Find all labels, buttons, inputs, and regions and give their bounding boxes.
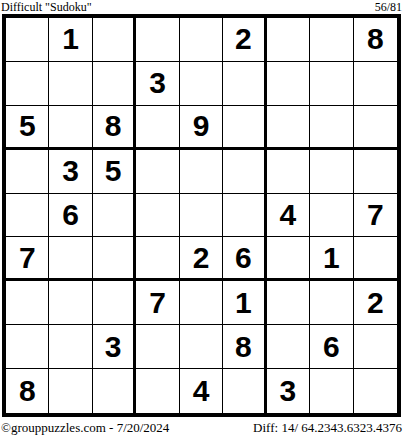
- cell-r2c1[interactable]: [6, 62, 49, 106]
- cell-r4c2: 3: [49, 150, 92, 194]
- cell-r1c5[interactable]: [180, 18, 223, 62]
- cell-r4c9[interactable]: [354, 150, 397, 194]
- cell-r6c1: 7: [6, 237, 49, 281]
- cell-r8c4[interactable]: [136, 325, 179, 369]
- cell-r3c7[interactable]: [267, 106, 310, 150]
- cell-r1c8[interactable]: [310, 18, 353, 62]
- header: Difficult "Sudoku" 56/81: [0, 0, 403, 14]
- difficulty-rating: Diff: 14/ 64.2343.6323.4376: [253, 420, 402, 435]
- cell-r3c9[interactable]: [354, 106, 397, 150]
- cell-r5c9: 7: [354, 194, 397, 238]
- cell-r9c3[interactable]: [93, 369, 136, 413]
- cell-r5c8[interactable]: [310, 194, 353, 238]
- cell-r3c3: 8: [93, 106, 136, 150]
- cell-r3c4[interactable]: [136, 106, 179, 150]
- footer: ©grouppuzzles.com - 7/20/2024 Diff: 14/ …: [0, 417, 403, 435]
- cell-r1c2: 1: [49, 18, 92, 62]
- cell-r3c2[interactable]: [49, 106, 92, 150]
- cell-r4c1[interactable]: [6, 150, 49, 194]
- cell-r2c4: 3: [136, 62, 179, 106]
- cell-r8c7[interactable]: [267, 325, 310, 369]
- cell-r7c2[interactable]: [49, 281, 92, 325]
- cell-r1c7[interactable]: [267, 18, 310, 62]
- cell-r7c3[interactable]: [93, 281, 136, 325]
- cell-r7c6: 1: [223, 281, 266, 325]
- cell-r6c2[interactable]: [49, 237, 92, 281]
- cell-r5c2: 6: [49, 194, 92, 238]
- cell-r6c3[interactable]: [93, 237, 136, 281]
- cell-r4c3: 5: [93, 150, 136, 194]
- cell-r8c3: 3: [93, 325, 136, 369]
- cell-r6c4[interactable]: [136, 237, 179, 281]
- cell-r9c6[interactable]: [223, 369, 266, 413]
- empty-cell-counter: 56/81: [375, 1, 402, 14]
- cell-r9c2[interactable]: [49, 369, 92, 413]
- cell-r6c7[interactable]: [267, 237, 310, 281]
- cell-r3c1: 5: [6, 106, 49, 150]
- cell-r8c8: 6: [310, 325, 353, 369]
- cell-r1c1[interactable]: [6, 18, 49, 62]
- cell-r4c7[interactable]: [267, 150, 310, 194]
- sudoku-page: Difficult "Sudoku" 56/81 128358935647726…: [0, 0, 403, 437]
- cell-r4c5[interactable]: [180, 150, 223, 194]
- cell-r2c9[interactable]: [354, 62, 397, 106]
- cell-r7c1[interactable]: [6, 281, 49, 325]
- cell-r6c5: 2: [180, 237, 223, 281]
- cell-r3c5: 9: [180, 106, 223, 150]
- cell-r4c4[interactable]: [136, 150, 179, 194]
- cell-r1c9: 8: [354, 18, 397, 62]
- cell-r9c5: 4: [180, 369, 223, 413]
- cell-r5c7: 4: [267, 194, 310, 238]
- cell-r2c2[interactable]: [49, 62, 92, 106]
- cell-r9c4[interactable]: [136, 369, 179, 413]
- cell-r1c4[interactable]: [136, 18, 179, 62]
- cell-r2c8[interactable]: [310, 62, 353, 106]
- cell-r7c5[interactable]: [180, 281, 223, 325]
- cell-r7c8[interactable]: [310, 281, 353, 325]
- cell-r5c5[interactable]: [180, 194, 223, 238]
- cell-r2c7[interactable]: [267, 62, 310, 106]
- cell-r5c6[interactable]: [223, 194, 266, 238]
- cell-r5c4[interactable]: [136, 194, 179, 238]
- cell-r8c5[interactable]: [180, 325, 223, 369]
- cell-r8c6: 8: [223, 325, 266, 369]
- cell-r7c7[interactable]: [267, 281, 310, 325]
- cell-r3c6[interactable]: [223, 106, 266, 150]
- cell-r4c8[interactable]: [310, 150, 353, 194]
- cell-r8c9[interactable]: [354, 325, 397, 369]
- copyright-date: ©grouppuzzles.com - 7/20/2024: [1, 420, 169, 435]
- page-title: Difficult "Sudoku": [1, 1, 92, 14]
- cell-r5c1[interactable]: [6, 194, 49, 238]
- sudoku-grid: 1283589356477261712386843: [2, 14, 401, 417]
- cell-r8c2[interactable]: [49, 325, 92, 369]
- cell-r4c6[interactable]: [223, 150, 266, 194]
- cell-r6c8: 1: [310, 237, 353, 281]
- cell-r5c3[interactable]: [93, 194, 136, 238]
- cell-r6c6: 6: [223, 237, 266, 281]
- cell-r9c9[interactable]: [354, 369, 397, 413]
- cell-r8c1[interactable]: [6, 325, 49, 369]
- cell-r2c6[interactable]: [223, 62, 266, 106]
- cell-r7c9: 2: [354, 281, 397, 325]
- cell-r9c8[interactable]: [310, 369, 353, 413]
- cell-r9c1: 8: [6, 369, 49, 413]
- cell-r2c3[interactable]: [93, 62, 136, 106]
- cell-r7c4: 7: [136, 281, 179, 325]
- cell-r1c6: 2: [223, 18, 266, 62]
- cell-r6c9[interactable]: [354, 237, 397, 281]
- cell-r1c3[interactable]: [93, 18, 136, 62]
- cell-r9c7: 3: [267, 369, 310, 413]
- cell-r3c8[interactable]: [310, 106, 353, 150]
- cell-r2c5[interactable]: [180, 62, 223, 106]
